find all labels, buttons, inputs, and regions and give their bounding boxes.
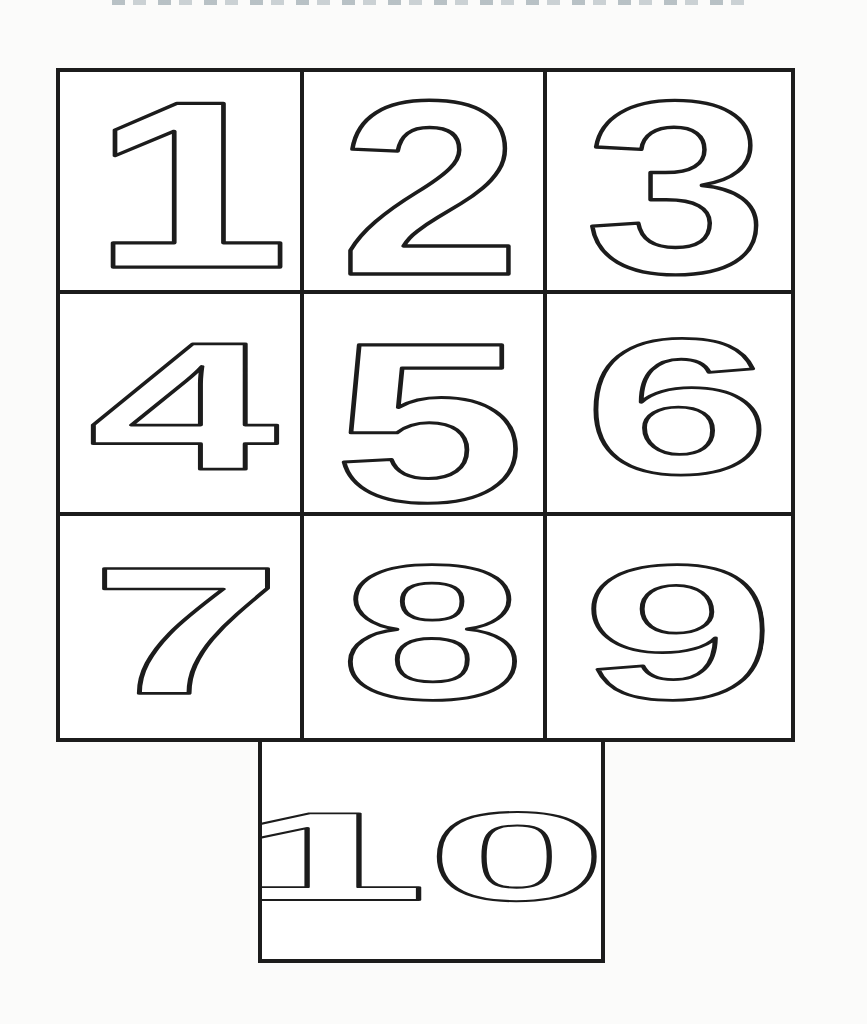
digit-6: 6 [584, 298, 772, 512]
cell-4: 4 [60, 294, 304, 516]
digit-7: 7 [90, 529, 283, 732]
digit-10-zero: 0 [427, 786, 601, 927]
digit-2: 2 [339, 72, 522, 290]
scanned-sheet: 1 2 3 4 5 6 [0, 0, 867, 1024]
cell-9-canvas: 9 [547, 516, 791, 738]
cell-9: 9 [547, 516, 791, 738]
cell-6-canvas: 6 [547, 294, 791, 512]
digit-5: 5 [333, 296, 525, 512]
number-grid: 1 2 3 4 5 6 [56, 68, 795, 742]
digit-8: 8 [339, 525, 524, 738]
cell-5: 5 [304, 294, 548, 516]
cell-7-canvas: 7 [60, 516, 300, 738]
cell-2-canvas: 2 [304, 72, 544, 290]
digit-1: 1 [90, 72, 290, 290]
cell-4-canvas: 4 [60, 294, 300, 512]
cell-6: 6 [547, 294, 791, 516]
digit-4: 4 [88, 304, 280, 507]
cell-10-canvas: 1 0 [262, 742, 601, 959]
cell-10: 1 0 [258, 742, 605, 963]
cell-1: 1 [60, 72, 304, 294]
cell-7: 7 [60, 516, 304, 738]
cropped-title-text-fragment [112, 0, 744, 5]
cell-3-canvas: 3 [547, 72, 791, 290]
worksheet-page: { "game": "number-chart-1-to-10-printabl… [0, 0, 867, 1024]
digit-10-one: 1 [262, 786, 429, 927]
digit-3: 3 [585, 72, 768, 290]
cell-2: 2 [304, 72, 548, 294]
cell-3: 3 [547, 72, 791, 294]
cell-1-canvas: 1 [60, 72, 300, 290]
cell-8: 8 [304, 516, 548, 738]
digit-9: 9 [582, 525, 775, 738]
cell-8-canvas: 8 [304, 516, 544, 738]
cell-5-canvas: 5 [304, 294, 544, 512]
